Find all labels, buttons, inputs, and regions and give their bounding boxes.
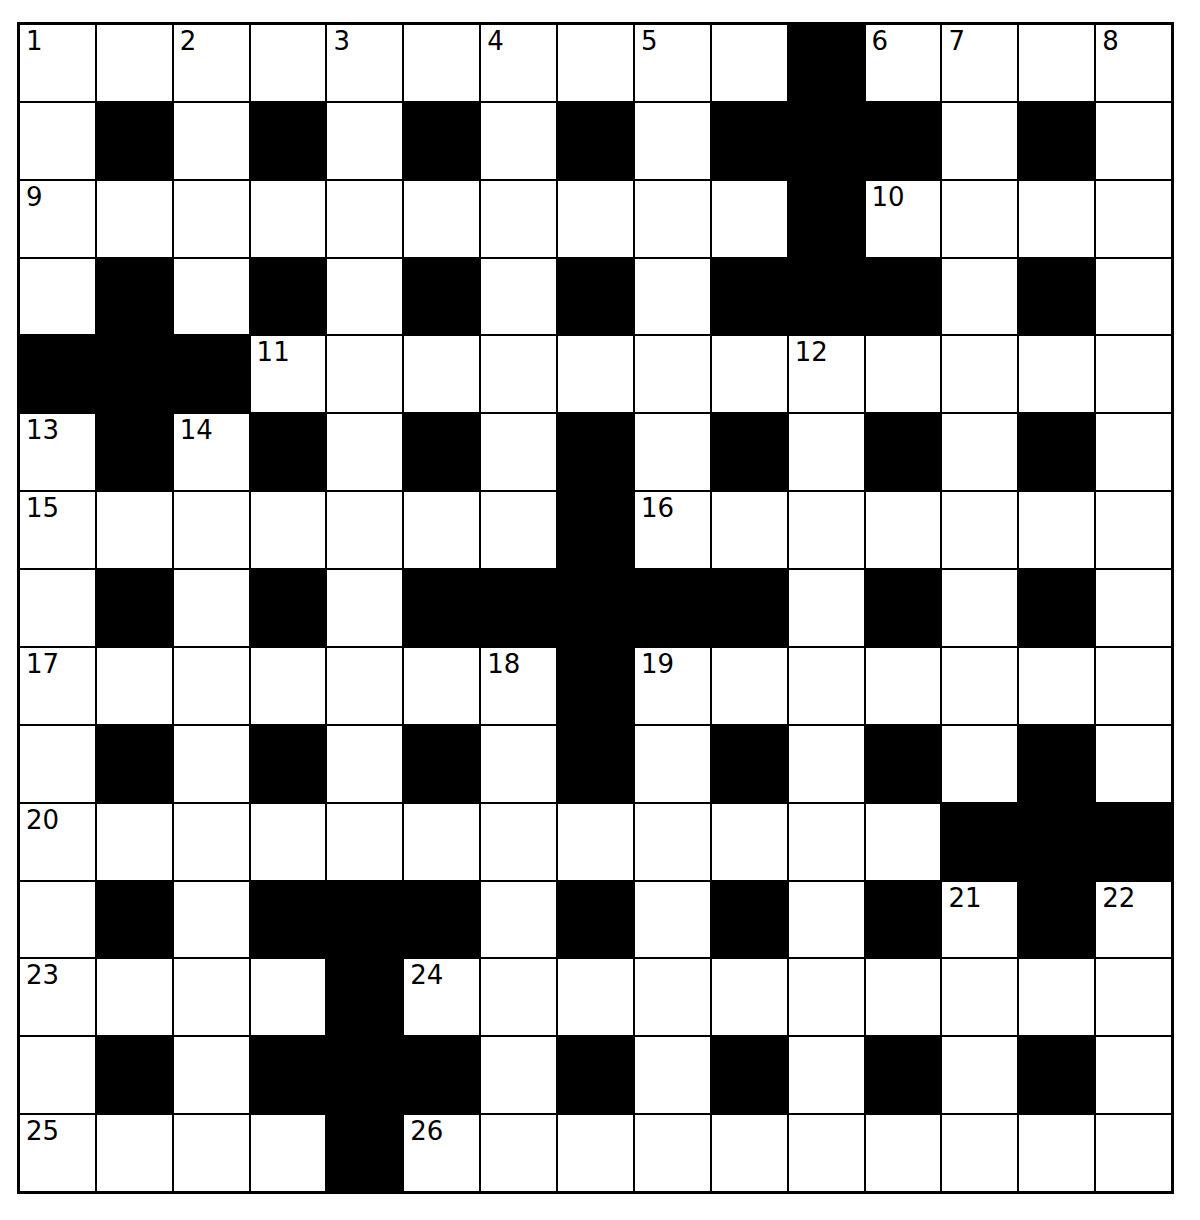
cell-r3c2[interactable] bbox=[97, 181, 172, 257]
cell-r6c9[interactable] bbox=[635, 414, 710, 490]
black-cell-r12c14 bbox=[1019, 882, 1094, 958]
cell-r7c15[interactable] bbox=[1096, 492, 1171, 568]
black-cell-r8c4 bbox=[251, 570, 326, 646]
cell-r9c9[interactable]: 19 bbox=[635, 648, 710, 724]
cell-r3c9[interactable] bbox=[635, 181, 710, 257]
black-cell-r11c13 bbox=[942, 804, 1017, 880]
cell-r2c1[interactable] bbox=[20, 103, 95, 179]
black-cell-r4c12 bbox=[866, 259, 941, 335]
cell-r1c4[interactable] bbox=[251, 25, 326, 101]
cell-r13c13[interactable] bbox=[942, 959, 1017, 1035]
clue-number-26: 26 bbox=[410, 1117, 443, 1147]
cell-r12c1[interactable] bbox=[20, 882, 95, 958]
cell-r10c1[interactable] bbox=[20, 726, 95, 802]
cell-r7c14[interactable] bbox=[1019, 492, 1094, 568]
black-cell-r12c10 bbox=[712, 882, 787, 958]
cell-r3c1[interactable]: 9 bbox=[20, 181, 95, 257]
cell-r14c1[interactable] bbox=[20, 1037, 95, 1113]
black-cell-r2c10 bbox=[712, 103, 787, 179]
cell-r1c12[interactable]: 6 bbox=[866, 25, 941, 101]
black-cell-r12c6 bbox=[404, 882, 479, 958]
cell-r14c11[interactable] bbox=[789, 1037, 864, 1113]
cell-r10c5[interactable] bbox=[327, 726, 402, 802]
clue-number-17: 17 bbox=[26, 650, 59, 680]
cell-r14c7[interactable] bbox=[481, 1037, 556, 1113]
cell-r1c14[interactable] bbox=[1019, 25, 1094, 101]
cell-r13c4[interactable] bbox=[251, 959, 326, 1035]
cell-r3c7[interactable] bbox=[481, 181, 556, 257]
black-cell-r1c11 bbox=[789, 25, 864, 101]
cell-r7c5[interactable] bbox=[327, 492, 402, 568]
black-cell-r2c4 bbox=[251, 103, 326, 179]
clue-number-8: 8 bbox=[1102, 27, 1119, 57]
clue-number-4: 4 bbox=[487, 27, 504, 57]
black-cell-r10c6 bbox=[404, 726, 479, 802]
clue-number-9: 9 bbox=[26, 183, 43, 213]
cell-r15c3[interactable] bbox=[174, 1115, 249, 1191]
cell-r3c5[interactable] bbox=[327, 181, 402, 257]
cell-r9c13[interactable] bbox=[942, 648, 1017, 724]
cell-r15c12[interactable] bbox=[866, 1115, 941, 1191]
cell-r2c15[interactable] bbox=[1096, 103, 1171, 179]
cell-r3c14[interactable] bbox=[1019, 181, 1094, 257]
cell-r1c5[interactable]: 3 bbox=[327, 25, 402, 101]
black-cell-r6c6 bbox=[404, 414, 479, 490]
black-cell-r7c8 bbox=[558, 492, 633, 568]
cell-r12c15[interactable]: 22 bbox=[1096, 882, 1171, 958]
black-cell-r2c14 bbox=[1019, 103, 1094, 179]
cell-r6c3[interactable]: 14 bbox=[174, 414, 249, 490]
cell-r7c13[interactable] bbox=[942, 492, 1017, 568]
cell-r1c9[interactable]: 5 bbox=[635, 25, 710, 101]
black-cell-r12c4 bbox=[251, 882, 326, 958]
black-cell-r10c12 bbox=[866, 726, 941, 802]
cell-r9c15[interactable] bbox=[1096, 648, 1171, 724]
black-cell-r14c14 bbox=[1019, 1037, 1094, 1113]
cell-r10c9[interactable] bbox=[635, 726, 710, 802]
black-cell-r8c12 bbox=[866, 570, 941, 646]
clue-number-19: 19 bbox=[641, 650, 674, 680]
cell-r2c3[interactable] bbox=[174, 103, 249, 179]
black-cell-r11c15 bbox=[1096, 804, 1171, 880]
black-cell-r14c2 bbox=[97, 1037, 172, 1113]
clue-number-24: 24 bbox=[410, 961, 443, 991]
cell-r13c11[interactable] bbox=[789, 959, 864, 1035]
black-cell-r12c12 bbox=[866, 882, 941, 958]
cell-r3c8[interactable] bbox=[558, 181, 633, 257]
cell-r8c11[interactable] bbox=[789, 570, 864, 646]
cell-r15c1[interactable]: 25 bbox=[20, 1115, 95, 1191]
cell-r3c13[interactable] bbox=[942, 181, 1017, 257]
cell-r15c6[interactable]: 26 bbox=[404, 1115, 479, 1191]
cell-r5c13[interactable] bbox=[942, 336, 1017, 412]
cell-r1c7[interactable]: 4 bbox=[481, 25, 556, 101]
black-cell-r8c2 bbox=[97, 570, 172, 646]
cell-r10c15[interactable] bbox=[1096, 726, 1171, 802]
clue-number-7: 7 bbox=[948, 27, 965, 57]
cell-r4c13[interactable] bbox=[942, 259, 1017, 335]
clue-number-21: 21 bbox=[948, 884, 981, 914]
cell-r1c15[interactable]: 8 bbox=[1096, 25, 1171, 101]
black-cell-r4c14 bbox=[1019, 259, 1094, 335]
cell-r5c4[interactable]: 11 bbox=[251, 336, 326, 412]
black-cell-r5c3 bbox=[174, 336, 249, 412]
black-cell-r14c4 bbox=[251, 1037, 326, 1113]
clue-number-22: 22 bbox=[1102, 884, 1135, 914]
black-cell-r9c8 bbox=[558, 648, 633, 724]
cell-r12c3[interactable] bbox=[174, 882, 249, 958]
black-cell-r6c2 bbox=[97, 414, 172, 490]
cell-r7c7[interactable] bbox=[481, 492, 556, 568]
black-cell-r2c11 bbox=[789, 103, 864, 179]
black-cell-r4c10 bbox=[712, 259, 787, 335]
cell-r15c4[interactable] bbox=[251, 1115, 326, 1191]
cell-r8c3[interactable] bbox=[174, 570, 249, 646]
black-cell-r11c14 bbox=[1019, 804, 1094, 880]
black-cell-r5c2 bbox=[97, 336, 172, 412]
cell-r15c2[interactable] bbox=[97, 1115, 172, 1191]
cell-r11c4[interactable] bbox=[251, 804, 326, 880]
black-cell-r13c5 bbox=[327, 959, 402, 1035]
black-cell-r5c1 bbox=[20, 336, 95, 412]
cell-r1c6[interactable] bbox=[404, 25, 479, 101]
cell-r4c15[interactable] bbox=[1096, 259, 1171, 335]
cell-r11c5[interactable] bbox=[327, 804, 402, 880]
cell-r1c10[interactable] bbox=[712, 25, 787, 101]
cell-r3c6[interactable] bbox=[404, 181, 479, 257]
cell-r14c3[interactable] bbox=[174, 1037, 249, 1113]
black-cell-r14c8 bbox=[558, 1037, 633, 1113]
cell-r5c14[interactable] bbox=[1019, 336, 1094, 412]
cell-r5c11[interactable]: 12 bbox=[789, 336, 864, 412]
black-cell-r6c4 bbox=[251, 414, 326, 490]
black-cell-r10c4 bbox=[251, 726, 326, 802]
cell-r5c12[interactable] bbox=[866, 336, 941, 412]
black-cell-r8c14 bbox=[1019, 570, 1094, 646]
black-cell-r3c11 bbox=[789, 181, 864, 257]
cell-r6c11[interactable] bbox=[789, 414, 864, 490]
clue-number-13: 13 bbox=[26, 416, 59, 446]
black-cell-r8c6 bbox=[404, 570, 479, 646]
cell-r13c10[interactable] bbox=[712, 959, 787, 1035]
cell-r15c11[interactable] bbox=[789, 1115, 864, 1191]
cell-r10c11[interactable] bbox=[789, 726, 864, 802]
cell-r6c7[interactable] bbox=[481, 414, 556, 490]
black-cell-r4c11 bbox=[789, 259, 864, 335]
cell-r9c12[interactable] bbox=[866, 648, 941, 724]
cell-r3c4[interactable] bbox=[251, 181, 326, 257]
black-cell-r4c6 bbox=[404, 259, 479, 335]
cell-r11c2[interactable] bbox=[97, 804, 172, 880]
cell-r7c11[interactable] bbox=[789, 492, 864, 568]
clue-number-6: 6 bbox=[872, 27, 889, 57]
black-cell-r6c12 bbox=[866, 414, 941, 490]
black-cell-r10c14 bbox=[1019, 726, 1094, 802]
cell-r15c7[interactable] bbox=[481, 1115, 556, 1191]
cell-r5c8[interactable] bbox=[558, 336, 633, 412]
cell-r9c3[interactable] bbox=[174, 648, 249, 724]
cell-r7c3[interactable] bbox=[174, 492, 249, 568]
cell-r14c13[interactable] bbox=[942, 1037, 1017, 1113]
cell-r14c9[interactable] bbox=[635, 1037, 710, 1113]
cell-r7c1[interactable]: 15 bbox=[20, 492, 95, 568]
cell-r5c10[interactable] bbox=[712, 336, 787, 412]
cell-r7c2[interactable] bbox=[97, 492, 172, 568]
black-cell-r12c5 bbox=[327, 882, 402, 958]
cell-r8c15[interactable] bbox=[1096, 570, 1171, 646]
black-cell-r4c4 bbox=[251, 259, 326, 335]
cell-r9c6[interactable] bbox=[404, 648, 479, 724]
black-cell-r4c2 bbox=[97, 259, 172, 335]
cell-r7c10[interactable] bbox=[712, 492, 787, 568]
cell-r13c6[interactable]: 24 bbox=[404, 959, 479, 1035]
cell-r6c13[interactable] bbox=[942, 414, 1017, 490]
cell-r13c7[interactable] bbox=[481, 959, 556, 1035]
black-cell-r6c10 bbox=[712, 414, 787, 490]
cell-r8c1[interactable] bbox=[20, 570, 95, 646]
clue-number-5: 5 bbox=[641, 27, 658, 57]
black-cell-r14c10 bbox=[712, 1037, 787, 1113]
cell-r3c10[interactable] bbox=[712, 181, 787, 257]
clue-number-18: 18 bbox=[487, 650, 520, 680]
clue-number-25: 25 bbox=[26, 1117, 59, 1147]
cell-r11c8[interactable] bbox=[558, 804, 633, 880]
cell-r4c5[interactable] bbox=[327, 259, 402, 335]
clue-number-16: 16 bbox=[641, 494, 674, 524]
cell-r10c3[interactable] bbox=[174, 726, 249, 802]
black-cell-r14c6 bbox=[404, 1037, 479, 1113]
clue-number-20: 20 bbox=[26, 806, 59, 836]
clue-number-2: 2 bbox=[180, 27, 197, 57]
clue-number-23: 23 bbox=[26, 961, 59, 991]
cell-r9c14[interactable] bbox=[1019, 648, 1094, 724]
black-cell-r8c10 bbox=[712, 570, 787, 646]
cell-r9c4[interactable] bbox=[251, 648, 326, 724]
cell-r7c6[interactable] bbox=[404, 492, 479, 568]
black-cell-r12c2 bbox=[97, 882, 172, 958]
cell-r11c10[interactable] bbox=[712, 804, 787, 880]
cell-r2c5[interactable] bbox=[327, 103, 402, 179]
cell-r1c13[interactable]: 7 bbox=[942, 25, 1017, 101]
cell-r6c1[interactable]: 13 bbox=[20, 414, 95, 490]
cell-r12c9[interactable] bbox=[635, 882, 710, 958]
cell-r4c1[interactable] bbox=[20, 259, 95, 335]
clue-number-3: 3 bbox=[333, 27, 350, 57]
cell-r7c12[interactable] bbox=[866, 492, 941, 568]
black-cell-r2c12 bbox=[866, 103, 941, 179]
clue-number-1: 1 bbox=[26, 27, 43, 57]
black-cell-r15c5 bbox=[327, 1115, 402, 1191]
cell-r11c6[interactable] bbox=[404, 804, 479, 880]
cell-r5c6[interactable] bbox=[404, 336, 479, 412]
cell-r15c13[interactable] bbox=[942, 1115, 1017, 1191]
cell-r13c1[interactable]: 23 bbox=[20, 959, 95, 1035]
cell-r8c5[interactable] bbox=[327, 570, 402, 646]
cell-r15c10[interactable] bbox=[712, 1115, 787, 1191]
cell-r9c10[interactable] bbox=[712, 648, 787, 724]
cell-r15c9[interactable] bbox=[635, 1115, 710, 1191]
cell-r11c12[interactable] bbox=[866, 804, 941, 880]
cell-r3c3[interactable] bbox=[174, 181, 249, 257]
cell-r9c1[interactable]: 17 bbox=[20, 648, 95, 724]
cell-r11c1[interactable]: 20 bbox=[20, 804, 95, 880]
black-cell-r12c8 bbox=[558, 882, 633, 958]
cell-r7c4[interactable] bbox=[251, 492, 326, 568]
cell-r8c13[interactable] bbox=[942, 570, 1017, 646]
cell-r4c3[interactable] bbox=[174, 259, 249, 335]
cell-r9c2[interactable] bbox=[97, 648, 172, 724]
clue-number-11: 11 bbox=[257, 338, 290, 368]
cell-r11c3[interactable] bbox=[174, 804, 249, 880]
black-cell-r2c8 bbox=[558, 103, 633, 179]
cell-r2c9[interactable] bbox=[635, 103, 710, 179]
cell-r11c9[interactable] bbox=[635, 804, 710, 880]
cell-r15c8[interactable] bbox=[558, 1115, 633, 1191]
cell-r13c3[interactable] bbox=[174, 959, 249, 1035]
cell-r12c7[interactable] bbox=[481, 882, 556, 958]
cell-r10c7[interactable] bbox=[481, 726, 556, 802]
cell-r3c12[interactable]: 10 bbox=[866, 181, 941, 257]
black-cell-r8c9 bbox=[635, 570, 710, 646]
clue-number-14: 14 bbox=[180, 416, 213, 446]
cell-r14c15[interactable] bbox=[1096, 1037, 1171, 1113]
cell-r15c15[interactable] bbox=[1096, 1115, 1171, 1191]
cell-r13c8[interactable] bbox=[558, 959, 633, 1035]
black-cell-r14c12 bbox=[866, 1037, 941, 1113]
black-cell-r4c8 bbox=[558, 259, 633, 335]
cell-r10c13[interactable] bbox=[942, 726, 1017, 802]
black-cell-r14c5 bbox=[327, 1037, 402, 1113]
cell-r5c15[interactable] bbox=[1096, 336, 1171, 412]
cell-r1c1[interactable]: 1 bbox=[20, 25, 95, 101]
cell-r9c5[interactable] bbox=[327, 648, 402, 724]
cell-r13c15[interactable] bbox=[1096, 959, 1171, 1035]
cell-r2c7[interactable] bbox=[481, 103, 556, 179]
cell-r1c3[interactable]: 2 bbox=[174, 25, 249, 101]
black-cell-r6c14 bbox=[1019, 414, 1094, 490]
black-cell-r2c6 bbox=[404, 103, 479, 179]
cell-r3c15[interactable] bbox=[1096, 181, 1171, 257]
cell-r15c14[interactable] bbox=[1019, 1115, 1094, 1191]
black-cell-r10c8 bbox=[558, 726, 633, 802]
cell-r5c7[interactable] bbox=[481, 336, 556, 412]
black-cell-r10c2 bbox=[97, 726, 172, 802]
cell-r13c12[interactable] bbox=[866, 959, 941, 1035]
clue-number-12: 12 bbox=[795, 338, 828, 368]
crossword-grid: 1234567891011121314151617181920212223242… bbox=[17, 22, 1174, 1194]
cell-r5c9[interactable] bbox=[635, 336, 710, 412]
cell-r12c13[interactable]: 21 bbox=[942, 882, 1017, 958]
cell-r6c5[interactable] bbox=[327, 414, 402, 490]
cell-r1c2[interactable] bbox=[97, 25, 172, 101]
cell-r9c11[interactable] bbox=[789, 648, 864, 724]
clue-number-15: 15 bbox=[26, 494, 59, 524]
cell-r4c9[interactable] bbox=[635, 259, 710, 335]
cell-r13c2[interactable] bbox=[97, 959, 172, 1035]
cell-r5c5[interactable] bbox=[327, 336, 402, 412]
cell-r11c7[interactable] bbox=[481, 804, 556, 880]
cell-r13c9[interactable] bbox=[635, 959, 710, 1035]
black-cell-r10c10 bbox=[712, 726, 787, 802]
black-cell-r6c8 bbox=[558, 414, 633, 490]
black-cell-r8c8 bbox=[558, 570, 633, 646]
page: 1234567891011121314151617181920212223242… bbox=[0, 0, 1200, 1220]
cell-r1c8[interactable] bbox=[558, 25, 633, 101]
cell-r6c15[interactable] bbox=[1096, 414, 1171, 490]
black-cell-r2c2 bbox=[97, 103, 172, 179]
cell-r7c9[interactable]: 16 bbox=[635, 492, 710, 568]
cell-r13c14[interactable] bbox=[1019, 959, 1094, 1035]
cell-r12c11[interactable] bbox=[789, 882, 864, 958]
cell-r2c13[interactable] bbox=[942, 103, 1017, 179]
cell-r9c7[interactable]: 18 bbox=[481, 648, 556, 724]
black-cell-r8c7 bbox=[481, 570, 556, 646]
cell-r4c7[interactable] bbox=[481, 259, 556, 335]
clue-number-10: 10 bbox=[872, 183, 905, 213]
cell-r11c11[interactable] bbox=[789, 804, 864, 880]
